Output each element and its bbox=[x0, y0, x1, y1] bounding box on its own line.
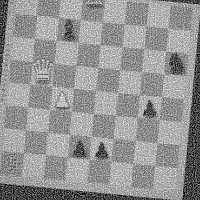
piece-black-knight-h6[interactable]: ♞ bbox=[165, 50, 187, 75]
square-g6[interactable] bbox=[142, 49, 166, 74]
square-g2[interactable] bbox=[133, 141, 157, 166]
piece-white-pawn-c4[interactable]: ♟ bbox=[53, 90, 71, 110]
square-f4[interactable] bbox=[116, 93, 140, 118]
square-e2[interactable]: ♟ bbox=[90, 137, 114, 162]
square-h3[interactable] bbox=[158, 120, 182, 145]
piece-black-pawn-d2[interactable]: ♟ bbox=[71, 138, 89, 158]
square-h8[interactable] bbox=[169, 6, 193, 31]
square-e6[interactable] bbox=[98, 45, 122, 70]
square-c5[interactable] bbox=[52, 64, 76, 89]
square-d4[interactable] bbox=[72, 89, 96, 114]
square-f7[interactable] bbox=[123, 24, 147, 49]
square-g8[interactable] bbox=[147, 4, 171, 29]
square-d1[interactable] bbox=[66, 158, 90, 183]
square-h5[interactable] bbox=[162, 74, 186, 99]
square-c2[interactable] bbox=[46, 133, 70, 158]
chess-photo-screenshot: ♜♝♞♛♟♟♟♟ bbox=[0, 0, 200, 200]
square-h4[interactable] bbox=[160, 97, 184, 122]
square-g3[interactable] bbox=[136, 118, 160, 143]
square-c6[interactable] bbox=[55, 41, 79, 66]
square-e3[interactable] bbox=[92, 114, 116, 139]
square-a4[interactable] bbox=[6, 83, 30, 108]
square-e7[interactable] bbox=[101, 22, 125, 47]
square-d5[interactable] bbox=[74, 66, 98, 91]
square-d8[interactable]: ♜ bbox=[81, 0, 105, 22]
square-b7[interactable] bbox=[35, 16, 59, 41]
square-d6[interactable] bbox=[77, 43, 101, 68]
piece-black-bishop-c7[interactable]: ♝ bbox=[58, 17, 80, 41]
square-b2[interactable] bbox=[24, 130, 48, 155]
square-h6[interactable]: ♞ bbox=[164, 52, 188, 77]
square-g4[interactable]: ♟ bbox=[138, 95, 162, 120]
piece-black-pawn-g4[interactable]: ♟ bbox=[141, 98, 159, 118]
square-e1[interactable] bbox=[87, 160, 111, 185]
square-c3[interactable] bbox=[48, 110, 72, 135]
square-f8[interactable] bbox=[125, 2, 149, 27]
chessboard: ♜♝♞♛♟♟♟♟ bbox=[0, 0, 193, 191]
square-e4[interactable] bbox=[94, 91, 118, 116]
square-b5[interactable]: ♛ bbox=[31, 62, 55, 87]
square-g1[interactable] bbox=[131, 164, 155, 189]
square-d7[interactable] bbox=[79, 20, 103, 45]
square-g5[interactable] bbox=[140, 72, 164, 97]
square-d3[interactable] bbox=[70, 112, 94, 137]
square-c7[interactable]: ♝ bbox=[57, 18, 81, 43]
square-a2[interactable] bbox=[2, 128, 26, 153]
square-f1[interactable] bbox=[109, 162, 133, 187]
square-a1[interactable] bbox=[0, 151, 24, 176]
square-f2[interactable] bbox=[112, 139, 136, 164]
square-b1[interactable] bbox=[22, 153, 46, 178]
square-b4[interactable] bbox=[28, 85, 52, 110]
square-f6[interactable] bbox=[120, 47, 144, 72]
piece-white-queen-b5[interactable]: ♛ bbox=[30, 56, 56, 85]
square-c4[interactable]: ♟ bbox=[50, 87, 74, 112]
square-h2[interactable] bbox=[155, 143, 179, 168]
square-f3[interactable] bbox=[114, 116, 138, 141]
board-frame: ♜♝♞♛♟♟♟♟ bbox=[0, 0, 200, 200]
square-e5[interactable] bbox=[96, 68, 120, 93]
square-d2[interactable]: ♟ bbox=[68, 135, 92, 160]
square-a7[interactable] bbox=[13, 14, 37, 39]
piece-white-rook-d8[interactable]: ♜ bbox=[82, 0, 106, 8]
square-f5[interactable] bbox=[118, 70, 142, 95]
square-h1[interactable] bbox=[153, 166, 177, 191]
square-b3[interactable] bbox=[26, 108, 50, 133]
square-a3[interactable] bbox=[4, 105, 28, 130]
square-c1[interactable] bbox=[44, 155, 68, 180]
fiducial-marker-stamp bbox=[2, 154, 22, 174]
piece-black-pawn-e2[interactable]: ♟ bbox=[93, 140, 111, 160]
